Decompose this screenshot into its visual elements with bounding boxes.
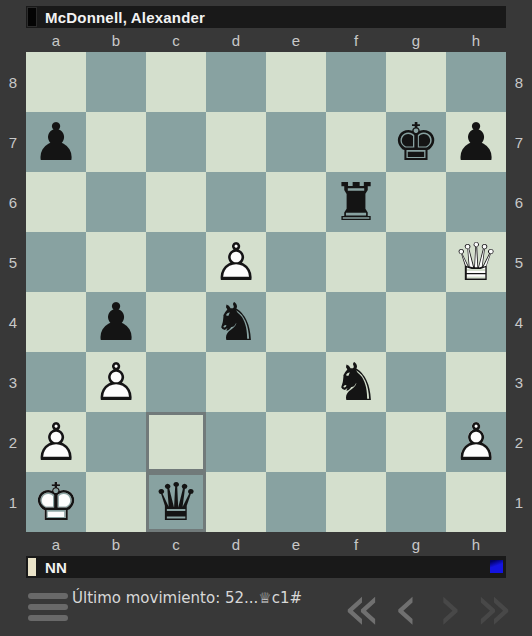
square-d5[interactable]: ♟♙ xyxy=(206,232,266,292)
square-f6[interactable]: ♜ xyxy=(326,172,386,232)
square-e1[interactable] xyxy=(266,472,326,532)
square-e4[interactable] xyxy=(266,292,326,352)
square-g3[interactable] xyxy=(386,352,446,412)
square-c7[interactable] xyxy=(146,112,206,172)
next-move-button[interactable]: › xyxy=(428,580,472,636)
square-e8[interactable] xyxy=(266,52,326,112)
first-move-button[interactable]: « xyxy=(340,580,384,636)
piece-white-pawn[interactable]: ♟ xyxy=(86,352,146,412)
square-f1[interactable] xyxy=(326,472,386,532)
piece-white-pawn-outline: ♙ xyxy=(26,412,86,472)
piece-white-queen-outline: ♕ xyxy=(446,232,506,292)
file-label-b: b xyxy=(86,28,146,52)
square-e2[interactable] xyxy=(266,412,326,472)
square-a5[interactable] xyxy=(26,232,86,292)
piece-white-king-outline: ♔ xyxy=(26,472,86,532)
rank-labels-right: 87654321 xyxy=(506,52,532,532)
square-d7[interactable] xyxy=(206,112,266,172)
file-label-d: d xyxy=(206,28,266,52)
rank-label-7: 7 xyxy=(0,112,26,172)
piece-white-pawn[interactable]: ♟ xyxy=(446,412,506,472)
rank-label-3: 3 xyxy=(0,352,26,412)
file-label-e: e xyxy=(266,28,326,52)
square-c2[interactable] xyxy=(146,412,206,472)
piece-black-knight[interactable]: ♞ xyxy=(326,352,386,412)
file-label-h: h xyxy=(446,532,506,556)
file-label-c: c xyxy=(146,28,206,52)
rank-label-2: 2 xyxy=(506,412,532,472)
rank-label-1: 1 xyxy=(0,472,26,532)
square-c6[interactable] xyxy=(146,172,206,232)
rank-label-5: 5 xyxy=(0,232,26,292)
square-a2[interactable]: ♟♙ xyxy=(26,412,86,472)
square-a3[interactable] xyxy=(26,352,86,412)
square-f3[interactable]: ♞ xyxy=(326,352,386,412)
previous-move-button[interactable]: ‹ xyxy=(384,580,428,636)
square-c5[interactable] xyxy=(146,232,206,292)
piece-black-pawn[interactable]: ♟ xyxy=(86,292,146,352)
rank-label-8: 8 xyxy=(506,52,532,112)
last-move-button[interactable]: » xyxy=(472,580,516,636)
piece-white-pawn[interactable]: ♟ xyxy=(26,412,86,472)
square-h2[interactable]: ♟♙ xyxy=(446,412,506,472)
square-a8[interactable] xyxy=(26,52,86,112)
file-label-b: b xyxy=(86,532,146,556)
square-f4[interactable] xyxy=(326,292,386,352)
square-a1[interactable]: ♚♔ xyxy=(26,472,86,532)
rank-label-1: 1 xyxy=(506,472,532,532)
square-d2[interactable] xyxy=(206,412,266,472)
file-label-h: h xyxy=(446,28,506,52)
piece-black-knight[interactable]: ♞ xyxy=(206,292,266,352)
move-navigation: «‹›» xyxy=(340,580,516,636)
rank-label-5: 5 xyxy=(506,232,532,292)
square-f8[interactable] xyxy=(326,52,386,112)
square-d6[interactable] xyxy=(206,172,266,232)
square-g2[interactable] xyxy=(386,412,446,472)
square-d4[interactable]: ♞ xyxy=(206,292,266,352)
file-label-c: c xyxy=(146,532,206,556)
menu-bar xyxy=(28,604,68,610)
piece-black-pawn[interactable]: ♟ xyxy=(26,112,86,172)
square-a4[interactable] xyxy=(26,292,86,352)
square-f5[interactable] xyxy=(326,232,386,292)
white-color-chip-icon xyxy=(28,558,36,576)
piece-white-king[interactable]: ♚ xyxy=(26,472,86,532)
rank-label-7: 7 xyxy=(506,112,532,172)
file-labels-bottom: abcdefgh xyxy=(26,532,506,556)
square-b3[interactable]: ♟♙ xyxy=(86,352,146,412)
piece-black-queen[interactable]: ♛ xyxy=(146,472,206,532)
bottom-player-bar: NN xyxy=(26,556,506,578)
square-b4[interactable]: ♟ xyxy=(86,292,146,352)
square-d8[interactable] xyxy=(206,52,266,112)
square-h7[interactable]: ♟ xyxy=(446,112,506,172)
square-d1[interactable] xyxy=(206,472,266,532)
hamburger-menu-icon[interactable] xyxy=(28,593,68,621)
file-label-f: f xyxy=(326,28,386,52)
square-h1[interactable] xyxy=(446,472,506,532)
square-h8[interactable] xyxy=(446,52,506,112)
square-a6[interactable] xyxy=(26,172,86,232)
square-a7[interactable]: ♟ xyxy=(26,112,86,172)
file-label-g: g xyxy=(386,532,446,556)
square-b1[interactable] xyxy=(86,472,146,532)
piece-white-pawn-outline: ♙ xyxy=(206,232,266,292)
file-label-f: f xyxy=(326,532,386,556)
square-h3[interactable] xyxy=(446,352,506,412)
file-labels-top: abcdefgh xyxy=(26,28,506,52)
square-g5[interactable] xyxy=(386,232,446,292)
piece-white-pawn-outline: ♙ xyxy=(446,412,506,472)
file-label-g: g xyxy=(386,28,446,52)
rank-label-8: 8 xyxy=(0,52,26,112)
rank-label-6: 6 xyxy=(0,172,26,232)
piece-black-king[interactable]: ♚ xyxy=(386,112,446,172)
piece-white-queen[interactable]: ♛ xyxy=(446,232,506,292)
square-c3[interactable] xyxy=(146,352,206,412)
square-e6[interactable] xyxy=(266,172,326,232)
square-g1[interactable] xyxy=(386,472,446,532)
bottom-player-name: NN xyxy=(45,559,67,576)
square-c4[interactable] xyxy=(146,292,206,352)
square-e5[interactable] xyxy=(266,232,326,292)
piece-white-pawn[interactable]: ♟ xyxy=(206,232,266,292)
square-g6[interactable] xyxy=(386,172,446,232)
square-c8[interactable] xyxy=(146,52,206,112)
piece-white-pawn-outline: ♙ xyxy=(86,352,146,412)
square-d3[interactable] xyxy=(206,352,266,412)
file-label-a: a xyxy=(26,532,86,556)
square-h6[interactable] xyxy=(446,172,506,232)
black-color-chip-icon xyxy=(28,8,36,26)
square-h5[interactable]: ♛♕ xyxy=(446,232,506,292)
rank-labels-left: 87654321 xyxy=(0,52,26,532)
square-b8[interactable] xyxy=(86,52,146,112)
square-g4[interactable] xyxy=(386,292,446,352)
square-f7[interactable] xyxy=(326,112,386,172)
menu-bar xyxy=(28,593,68,599)
piece-black-pawn[interactable]: ♟ xyxy=(446,112,506,172)
file-label-e: e xyxy=(266,532,326,556)
square-e7[interactable] xyxy=(266,112,326,172)
control-bar: Último movimiento: 52...♕c1# «‹›» xyxy=(0,580,532,636)
piece-black-rook[interactable]: ♜ xyxy=(326,172,386,232)
chess-board: ♟♚♟♜♟♙♛♕♟♞♟♙♞♟♙♟♙♚♔♛ xyxy=(26,52,506,532)
top-player-bar: McDonnell, Alexander xyxy=(26,6,506,28)
square-g7[interactable]: ♚ xyxy=(386,112,446,172)
square-e3[interactable] xyxy=(266,352,326,412)
rank-label-3: 3 xyxy=(506,352,532,412)
square-f2[interactable] xyxy=(326,412,386,472)
square-b6[interactable] xyxy=(86,172,146,232)
square-b7[interactable] xyxy=(86,112,146,172)
rank-label-6: 6 xyxy=(506,172,532,232)
rank-label-4: 4 xyxy=(506,292,532,352)
file-label-a: a xyxy=(26,28,86,52)
rank-label-4: 4 xyxy=(0,292,26,352)
square-b2[interactable] xyxy=(86,412,146,472)
square-g8[interactable] xyxy=(386,52,446,112)
rank-label-2: 2 xyxy=(0,412,26,472)
square-h4[interactable] xyxy=(446,292,506,352)
menu-bar xyxy=(28,615,68,621)
file-label-d: d xyxy=(206,532,266,556)
square-c1[interactable]: ♛ xyxy=(146,472,206,532)
last-move-status: Último movimiento: 52...♕c1# xyxy=(72,589,302,607)
top-player-name: McDonnell, Alexander xyxy=(45,9,205,26)
square-b5[interactable] xyxy=(86,232,146,292)
